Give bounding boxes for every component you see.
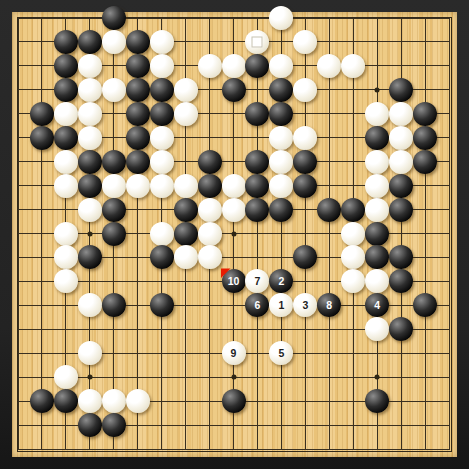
square-marker — [252, 36, 263, 47]
white-stone — [341, 222, 365, 246]
white-stone — [150, 222, 174, 246]
white-stone — [389, 150, 413, 174]
white-stone — [54, 102, 78, 126]
black-stone — [269, 198, 293, 222]
black-stone — [245, 150, 269, 174]
black-stone — [365, 245, 389, 269]
black-stone — [150, 78, 174, 102]
black-stone — [413, 293, 437, 317]
black-stone — [54, 126, 78, 150]
black-stone — [150, 245, 174, 269]
white-stone — [102, 30, 126, 54]
move-number-label: 8 — [326, 300, 332, 311]
white-stone — [150, 174, 174, 198]
white-stone — [222, 174, 246, 198]
white-stone — [78, 293, 102, 317]
black-stone — [389, 269, 413, 293]
black-stone — [389, 317, 413, 341]
grid-line-vertical — [257, 18, 258, 450]
black-stone — [269, 102, 293, 126]
black-stone — [78, 413, 102, 437]
black-stone — [389, 174, 413, 198]
star-point — [375, 375, 380, 380]
move-number-label: 4 — [374, 300, 380, 311]
white-stone — [365, 317, 389, 341]
black-stone — [102, 413, 126, 437]
white-stone — [365, 102, 389, 126]
white-stone — [174, 245, 198, 269]
grid-line-vertical — [329, 18, 330, 450]
black-stone — [126, 54, 150, 78]
black-stone — [78, 245, 102, 269]
star-point — [87, 231, 92, 236]
white-stone — [102, 174, 126, 198]
white-stone — [365, 174, 389, 198]
white-stone — [54, 222, 78, 246]
black-stone — [245, 54, 269, 78]
black-stone — [30, 102, 54, 126]
grid-line-horizontal — [18, 449, 450, 450]
white-stone — [102, 389, 126, 413]
black-stone — [341, 198, 365, 222]
white-stone — [222, 54, 246, 78]
black-stone — [365, 389, 389, 413]
white-stone — [293, 30, 317, 54]
white-stone — [198, 198, 222, 222]
white-stone — [174, 78, 198, 102]
black-stone — [198, 150, 222, 174]
black-stone — [126, 78, 150, 102]
white-stone — [222, 198, 246, 222]
star-point — [375, 87, 380, 92]
white-stone: 7 — [245, 269, 269, 293]
move-number-label: 9 — [231, 348, 237, 359]
black-stone — [222, 389, 246, 413]
white-stone — [78, 78, 102, 102]
white-stone — [78, 198, 102, 222]
white-stone — [126, 389, 150, 413]
white-stone: 1 — [269, 293, 293, 317]
black-stone — [126, 102, 150, 126]
black-stone — [150, 293, 174, 317]
black-stone — [389, 78, 413, 102]
black-stone — [245, 198, 269, 222]
go-board[interactable]: 10726138495 — [12, 12, 457, 457]
black-stone — [126, 30, 150, 54]
white-stone — [317, 54, 341, 78]
white-stone — [269, 150, 293, 174]
star-point — [231, 231, 236, 236]
white-stone — [54, 365, 78, 389]
white-stone — [365, 269, 389, 293]
white-stone — [174, 102, 198, 126]
white-stone — [150, 54, 174, 78]
white-stone — [150, 126, 174, 150]
white-stone — [126, 174, 150, 198]
white-stone — [341, 54, 365, 78]
white-stone — [365, 198, 389, 222]
black-stone — [222, 78, 246, 102]
black-stone — [78, 30, 102, 54]
black-stone — [54, 30, 78, 54]
board-frame: 10726138495 — [0, 0, 469, 469]
white-stone — [389, 126, 413, 150]
black-stone — [389, 245, 413, 269]
move-number-label: 2 — [278, 276, 284, 287]
black-stone — [293, 174, 317, 198]
white-stone — [365, 150, 389, 174]
black-stone — [413, 150, 437, 174]
white-stone — [102, 78, 126, 102]
white-stone — [54, 174, 78, 198]
white-stone — [174, 174, 198, 198]
white-stone — [54, 269, 78, 293]
black-stone — [198, 174, 222, 198]
move-number-label: 10 — [228, 276, 240, 287]
white-stone — [341, 245, 365, 269]
black-stone — [365, 126, 389, 150]
white-stone — [198, 54, 222, 78]
black-stone — [150, 102, 174, 126]
black-stone — [30, 389, 54, 413]
black-stone — [293, 245, 317, 269]
white-stone — [150, 30, 174, 54]
move-number-label: 1 — [278, 300, 284, 311]
white-stone — [198, 222, 222, 246]
move-number-label: 7 — [255, 276, 261, 287]
white-stone — [269, 126, 293, 150]
white-stone — [78, 126, 102, 150]
white-stone — [269, 6, 293, 30]
black-stone — [245, 102, 269, 126]
black-stone — [389, 198, 413, 222]
black-stone — [78, 174, 102, 198]
black-stone: 2 — [269, 269, 293, 293]
black-stone — [317, 198, 341, 222]
grid-line-vertical — [425, 18, 426, 450]
move-number-label: 6 — [255, 300, 261, 311]
black-stone: 4 — [365, 293, 389, 317]
black-stone — [102, 222, 126, 246]
black-stone: 8 — [317, 293, 341, 317]
black-stone — [102, 198, 126, 222]
black-stone — [54, 78, 78, 102]
white-stone — [198, 245, 222, 269]
white-stone — [341, 269, 365, 293]
grid-line-vertical — [449, 18, 450, 450]
white-stone — [78, 389, 102, 413]
white-stone — [54, 150, 78, 174]
white-stone — [150, 150, 174, 174]
black-stone: 6 — [245, 293, 269, 317]
black-stone — [126, 150, 150, 174]
black-stone — [365, 222, 389, 246]
white-stone — [269, 54, 293, 78]
black-stone — [126, 126, 150, 150]
black-stone — [269, 78, 293, 102]
star-point — [87, 375, 92, 380]
white-stone — [78, 102, 102, 126]
star-point — [231, 375, 236, 380]
white-stone — [78, 341, 102, 365]
black-stone — [102, 293, 126, 317]
black-stone — [30, 126, 54, 150]
white-stone — [293, 78, 317, 102]
move-number-label: 3 — [302, 300, 308, 311]
white-stone: 3 — [293, 293, 317, 317]
white-stone — [78, 54, 102, 78]
white-stone: 5 — [269, 341, 293, 365]
move-number-label: 5 — [278, 348, 284, 359]
black-stone — [54, 54, 78, 78]
black-stone — [413, 102, 437, 126]
black-stone — [78, 150, 102, 174]
white-stone — [54, 245, 78, 269]
white-stone — [293, 126, 317, 150]
black-stone — [293, 150, 317, 174]
white-stone — [389, 102, 413, 126]
black-stone — [102, 150, 126, 174]
black-stone — [174, 198, 198, 222]
black-stone — [245, 174, 269, 198]
white-stone: 9 — [222, 341, 246, 365]
white-stone — [269, 174, 293, 198]
black-stone — [174, 222, 198, 246]
black-stone — [102, 6, 126, 30]
black-stone — [54, 389, 78, 413]
black-stone — [413, 126, 437, 150]
